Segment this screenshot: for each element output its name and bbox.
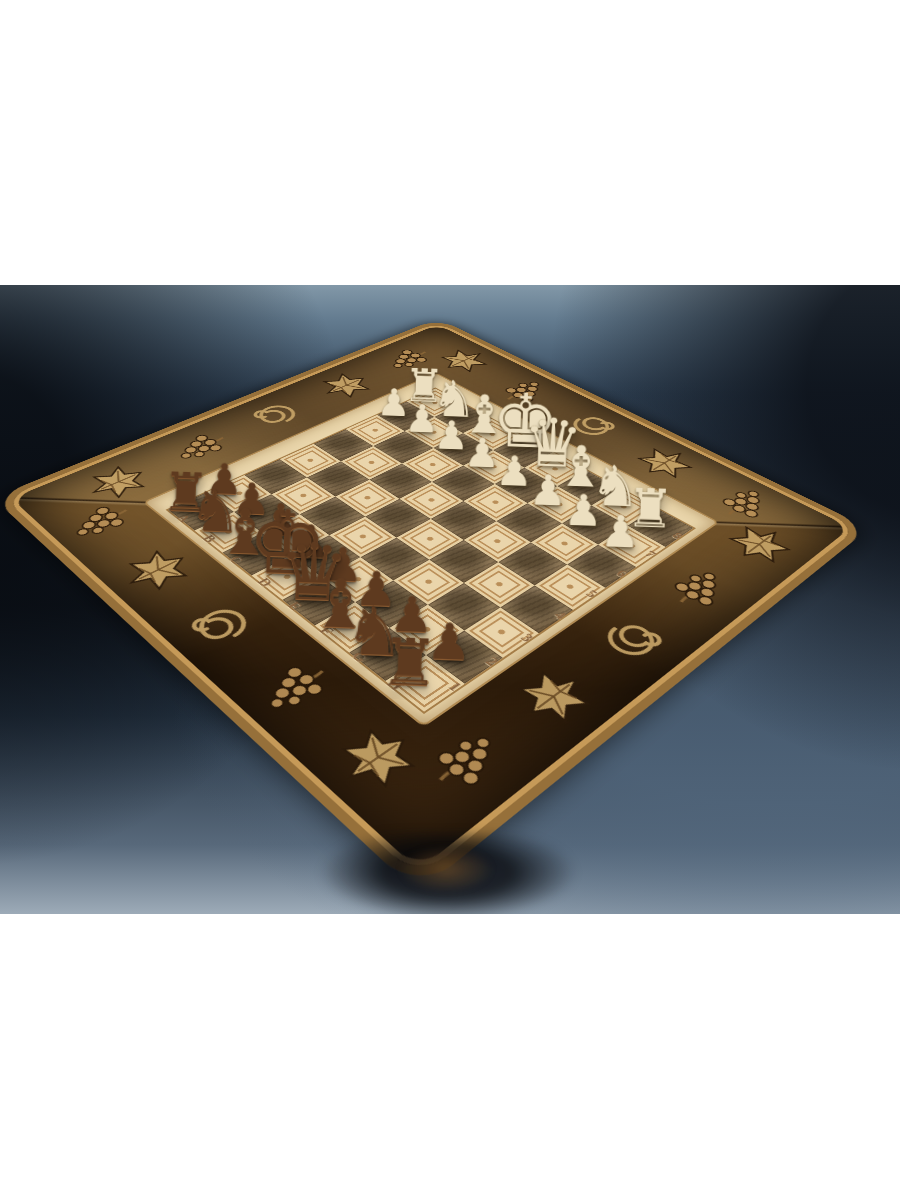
page: { "meta": { "scene": "product photograph…: [0, 0, 900, 1200]
piece-dark-rook[interactable]: ♜: [380, 629, 439, 695]
vine-leaf-icon: [109, 540, 207, 602]
chess-board-assembly: ♜♞♝♚♛♝♞♜♟♟♟♟♟♟♟♟♟♟♟♟♟♟♟♟♜♞♝♚♛♝♞♜ ABCDEFG…: [0, 318, 869, 893]
carved-board-frame: ♜♞♝♚♛♝♞♜♟♟♟♟♟♟♟♟♟♟♟♟♟♟♟♟♜♞♝♚♛♝♞♜ ABCDEFG…: [0, 318, 869, 893]
scene-3d: ♜♞♝♚♛♝♞♜♟♟♟♟♟♟♟♟♟♟♟♟♟♟♟♟♜♞♝♚♛♝♞♜ ABCDEFG…: [0, 285, 900, 914]
board-near-corner-reflection: [398, 845, 494, 893]
playing-field: ♜♞♝♚♛♝♞♜♟♟♟♟♟♟♟♟♟♟♟♟♟♟♟♟♜♞♝♚♛♝♞♜ ABCDEFG…: [145, 374, 716, 725]
piece-white-pawn[interactable]: ♟: [595, 509, 645, 555]
grape-cluster-icon: [407, 717, 526, 808]
photograph: ♜♞♝♚♛♝♞♜♟♟♟♟♟♟♟♟♟♟♟♟♟♟♟♟♜♞♝♚♛♝♞♜ ABCDEFG…: [0, 285, 900, 914]
grape-cluster-icon: [650, 558, 748, 621]
vine-leaf-icon: [319, 714, 438, 805]
scroll-swirl-icon: [579, 605, 683, 676]
scroll-swirl-icon: [171, 591, 275, 661]
scroll-swirl-icon: [237, 394, 317, 435]
vine-leaf-icon: [713, 517, 806, 574]
board-grid: ♜♞♝♚♛♝♞♜♟♟♟♟♟♟♟♟♟♟♟♟♟♟♟♟♜♞♝♚♛♝♞♜: [168, 389, 693, 712]
grape-cluster-icon: [55, 494, 148, 549]
grape-cluster-icon: [240, 649, 351, 728]
vine-leaf-icon: [499, 658, 610, 738]
